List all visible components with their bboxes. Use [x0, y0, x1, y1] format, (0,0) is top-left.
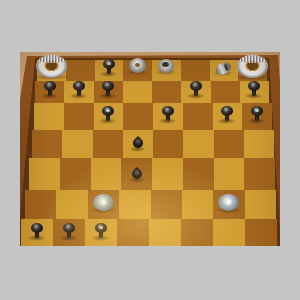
piece-c8-dark-bishop[interactable]	[102, 59, 116, 75]
piece-a2-dark-pawn[interactable]	[30, 223, 44, 239]
square-h4[interactable]	[244, 158, 275, 190]
piece-e6-dark-pawn[interactable]	[161, 106, 175, 122]
square-d3[interactable]	[119, 190, 150, 219]
rank-4	[29, 158, 275, 190]
rank-6	[34, 103, 272, 130]
piece-a8-silver-rook[interactable]	[36, 55, 67, 78]
piece-g3-silver-bishop[interactable]	[218, 194, 239, 211]
square-e4[interactable]	[152, 158, 183, 190]
square-g5[interactable]	[214, 130, 244, 158]
square-c5[interactable]	[93, 130, 123, 158]
square-e2[interactable]	[149, 219, 181, 246]
square-b6[interactable]	[64, 103, 94, 130]
square-e5[interactable]	[153, 130, 183, 158]
square-b3[interactable]	[56, 190, 87, 219]
rank-7	[35, 81, 269, 103]
square-f3[interactable]	[182, 190, 213, 219]
square-e7[interactable]	[152, 81, 181, 103]
piece-c3-silver-bishop[interactable]	[93, 194, 114, 211]
square-g7[interactable]	[211, 81, 240, 103]
piece-b7-dark-pawn[interactable]	[72, 81, 86, 97]
square-h5[interactable]	[244, 130, 274, 158]
square-b5[interactable]	[62, 130, 92, 158]
square-a3[interactable]	[25, 190, 56, 219]
piece-d5-dark-pawn[interactable]	[132, 136, 144, 150]
square-f6[interactable]	[183, 103, 213, 130]
square-d2[interactable]	[117, 219, 149, 246]
square-d6[interactable]	[123, 103, 153, 130]
piece-h6-dark-pawn[interactable]	[250, 106, 264, 122]
square-f5[interactable]	[183, 130, 213, 158]
piece-f7-dark-pawn[interactable]	[189, 81, 203, 97]
square-h2[interactable]	[245, 219, 277, 246]
square-a4[interactable]	[29, 158, 60, 190]
piece-h8-silver-rook[interactable]	[237, 55, 268, 78]
chessboard-photo	[20, 52, 280, 246]
square-a5[interactable]	[32, 130, 62, 158]
square-a6[interactable]	[34, 103, 64, 130]
piece-c7-dark-pawn[interactable]	[101, 81, 115, 97]
piece-d4-dark-pawn[interactable]	[131, 167, 143, 181]
screenshot-canvas: { "game": "chess", "scene": "overhead ph…	[0, 0, 300, 300]
piece-h7-dark-pawn[interactable]	[247, 81, 261, 97]
square-g4[interactable]	[214, 158, 245, 190]
piece-c6-dark-knight[interactable]	[101, 106, 115, 122]
rank-5	[32, 130, 274, 158]
piece-b2-dark-pawn[interactable]	[62, 223, 76, 239]
piece-g6-dark-pawn[interactable]	[220, 106, 234, 122]
square-b8[interactable]	[66, 60, 95, 81]
square-c4[interactable]	[91, 158, 122, 190]
square-g2[interactable]	[213, 219, 245, 246]
square-h3[interactable]	[245, 190, 276, 219]
square-d7[interactable]	[123, 81, 152, 103]
piece-e8-silver-king[interactable]	[158, 59, 174, 73]
square-b4[interactable]	[60, 158, 91, 190]
piece-d8-silver-queen[interactable]	[129, 58, 146, 73]
rank-2	[21, 219, 277, 246]
piece-g8-silver-knight[interactable]	[216, 63, 231, 74]
square-f2[interactable]	[181, 219, 213, 246]
piece-c2-dark-pawn[interactable]	[94, 223, 108, 239]
square-e3[interactable]	[151, 190, 182, 219]
piece-a7-dark-pawn[interactable]	[43, 81, 57, 97]
square-f4[interactable]	[183, 158, 214, 190]
square-f8[interactable]	[181, 60, 210, 81]
